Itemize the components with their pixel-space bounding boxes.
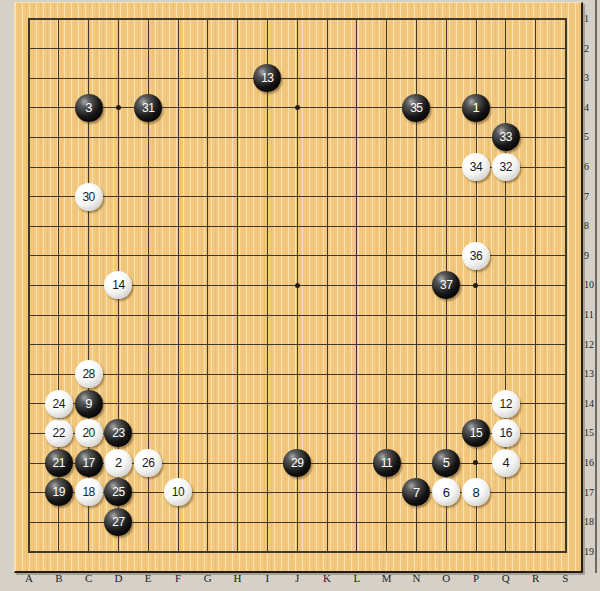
star-point — [295, 105, 300, 110]
stone-black-5: 5 — [432, 449, 460, 477]
stone-move-number: 13 — [261, 72, 273, 84]
stone-black-11: 11 — [373, 449, 401, 477]
star-point — [295, 283, 300, 288]
stone-move-number: 17 — [82, 457, 94, 469]
stone-white-16: 16 — [492, 419, 520, 447]
stone-move-number: 35 — [410, 102, 422, 114]
stone-white-26: 26 — [134, 449, 162, 477]
stone-black-25: 25 — [104, 478, 132, 506]
stone-move-number: 16 — [500, 427, 512, 439]
stone-move-number: 3 — [85, 101, 92, 114]
stone-move-number: 25 — [112, 486, 124, 498]
stone-white-10: 10 — [164, 478, 192, 506]
stone-move-number: 14 — [112, 279, 124, 291]
stone-move-number: 15 — [470, 427, 482, 439]
stone-black-29: 29 — [283, 449, 311, 477]
go-game-diagram: 1234567891011121314151617181920212223242… — [0, 0, 600, 591]
stones-layer: 1234567891011121314151617181920212223242… — [14, 4, 580, 566]
stone-black-15: 15 — [462, 419, 490, 447]
column-label-F: F — [169, 572, 187, 584]
stone-move-number: 19 — [53, 486, 65, 498]
column-label-H: H — [229, 572, 247, 584]
stone-black-19: 19 — [45, 478, 73, 506]
column-label-L: L — [348, 572, 366, 584]
stone-black-27: 27 — [104, 508, 132, 536]
stone-move-number: 9 — [85, 397, 92, 410]
frame-edge-line — [595, 0, 597, 573]
column-label-J: J — [288, 572, 306, 584]
column-label-O: O — [437, 572, 455, 584]
stone-move-number: 6 — [443, 486, 450, 499]
stone-move-number: 20 — [82, 427, 94, 439]
stone-move-number: 34 — [470, 161, 482, 173]
stone-white-32: 32 — [492, 153, 520, 181]
stone-move-number: 37 — [440, 279, 452, 291]
stone-move-number: 18 — [82, 486, 94, 498]
column-label-E: E — [139, 572, 157, 584]
star-point — [116, 105, 121, 110]
column-label-Q: Q — [497, 572, 515, 584]
column-label-G: G — [199, 572, 217, 584]
stone-move-number: 23 — [112, 427, 124, 439]
stone-white-34: 34 — [462, 153, 490, 181]
stone-move-number: 1 — [473, 101, 480, 114]
stone-move-number: 10 — [172, 486, 184, 498]
stone-move-number: 36 — [470, 250, 482, 262]
column-label-P: P — [467, 572, 485, 584]
stone-black-3: 3 — [75, 94, 103, 122]
star-point — [473, 283, 478, 288]
stone-move-number: 26 — [142, 457, 154, 469]
stone-black-35: 35 — [402, 94, 430, 122]
stone-move-number: 7 — [413, 486, 420, 499]
column-label-I: I — [258, 572, 276, 584]
stone-move-number: 11 — [381, 457, 392, 469]
stone-black-31: 31 — [134, 94, 162, 122]
stone-white-4: 4 — [492, 449, 520, 477]
stone-black-21: 21 — [45, 449, 73, 477]
stone-move-number: 30 — [82, 191, 94, 203]
column-label-B: B — [50, 572, 68, 584]
stone-white-28: 28 — [75, 360, 103, 388]
stone-white-18: 18 — [75, 478, 103, 506]
stone-white-20: 20 — [75, 419, 103, 447]
stone-black-1: 1 — [462, 94, 490, 122]
stone-white-14: 14 — [104, 271, 132, 299]
stone-move-number: 31 — [142, 102, 154, 114]
stone-white-12: 12 — [492, 390, 520, 418]
stone-move-number: 32 — [500, 161, 512, 173]
stone-move-number: 8 — [473, 486, 480, 499]
star-point — [473, 460, 478, 465]
stone-move-number: 24 — [53, 398, 65, 410]
stone-move-number: 33 — [500, 131, 512, 143]
stone-white-2: 2 — [104, 449, 132, 477]
stone-move-number: 22 — [53, 427, 65, 439]
stone-move-number: 28 — [82, 368, 94, 380]
stone-move-number: 12 — [500, 398, 512, 410]
column-label-K: K — [318, 572, 336, 584]
stone-move-number: 27 — [112, 516, 124, 528]
stone-move-number: 29 — [291, 457, 303, 469]
stone-move-number: 4 — [502, 456, 509, 469]
stone-black-17: 17 — [75, 449, 103, 477]
stone-black-7: 7 — [402, 478, 430, 506]
stone-move-number: 5 — [443, 456, 450, 469]
column-label-R: R — [527, 572, 545, 584]
go-board: 1234567891011121314151617181920212223242… — [14, 2, 583, 573]
stone-black-13: 13 — [253, 64, 281, 92]
column-label-S: S — [556, 572, 574, 584]
stone-black-23: 23 — [104, 419, 132, 447]
stone-white-22: 22 — [45, 419, 73, 447]
stone-white-36: 36 — [462, 242, 490, 270]
stone-move-number: 2 — [115, 456, 122, 469]
column-label-M: M — [378, 572, 396, 584]
stone-black-37: 37 — [432, 271, 460, 299]
stone-black-33: 33 — [492, 123, 520, 151]
stone-white-8: 8 — [462, 478, 490, 506]
column-label-D: D — [109, 572, 127, 584]
column-label-C: C — [80, 572, 98, 584]
stone-white-6: 6 — [432, 478, 460, 506]
stone-move-number: 21 — [53, 457, 65, 469]
stone-white-30: 30 — [75, 183, 103, 211]
stone-black-9: 9 — [75, 390, 103, 418]
column-label-N: N — [407, 572, 425, 584]
column-label-A: A — [20, 572, 38, 584]
stone-white-24: 24 — [45, 390, 73, 418]
